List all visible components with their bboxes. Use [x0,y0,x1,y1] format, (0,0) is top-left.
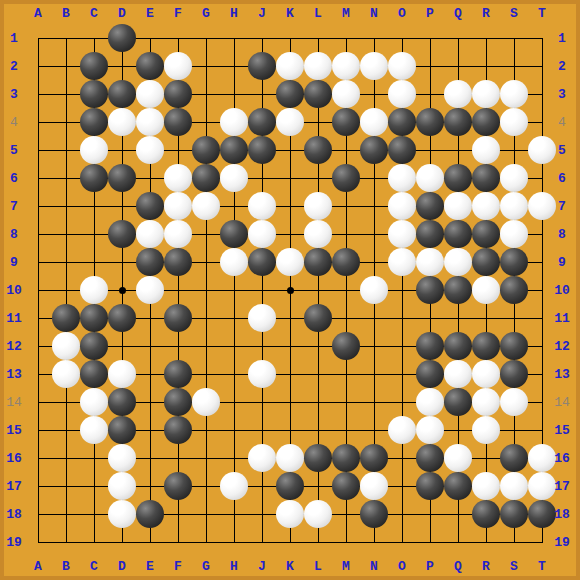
board-point-O8[interactable] [388,220,416,248]
board-point-J4[interactable] [248,108,276,136]
board-point-S11[interactable] [500,304,528,332]
board-point-S15[interactable] [500,416,528,444]
board-point-A19[interactable] [24,528,52,556]
board-point-P2[interactable] [416,52,444,80]
board-point-P17[interactable] [416,472,444,500]
board-point-K13[interactable] [276,360,304,388]
board-point-R14[interactable] [472,388,500,416]
board-point-L8[interactable] [304,220,332,248]
board-point-F17[interactable] [164,472,192,500]
board-point-J1[interactable] [248,24,276,52]
board-point-E12[interactable] [136,332,164,360]
board-point-C6[interactable] [80,164,108,192]
board-point-K3[interactable] [276,80,304,108]
board-point-H10[interactable] [220,276,248,304]
board-point-E4[interactable] [136,108,164,136]
board-point-D14[interactable] [108,388,136,416]
board-point-M13[interactable] [332,360,360,388]
board-point-K12[interactable] [276,332,304,360]
board-point-G13[interactable] [192,360,220,388]
board-point-O2[interactable] [388,52,416,80]
board-point-H4[interactable] [220,108,248,136]
board-point-C1[interactable] [80,24,108,52]
board-point-S12[interactable] [500,332,528,360]
board-point-Q4[interactable] [444,108,472,136]
board-point-G4[interactable] [192,108,220,136]
board-point-O1[interactable] [388,24,416,52]
board-point-R2[interactable] [472,52,500,80]
board-point-S3[interactable] [500,80,528,108]
board-point-L2[interactable] [304,52,332,80]
board-point-L1[interactable] [304,24,332,52]
board-point-A1[interactable] [24,24,52,52]
board-point-A11[interactable] [24,304,52,332]
board-point-M4[interactable] [332,108,360,136]
board-point-F18[interactable] [164,500,192,528]
board-point-C9[interactable] [80,248,108,276]
board-point-P11[interactable] [416,304,444,332]
board-point-P7[interactable] [416,192,444,220]
board-point-R8[interactable] [472,220,500,248]
board-point-L15[interactable] [304,416,332,444]
board-point-N1[interactable] [360,24,388,52]
board-point-N5[interactable] [360,136,388,164]
board-point-F13[interactable] [164,360,192,388]
board-point-B5[interactable] [52,136,80,164]
board-point-G8[interactable] [192,220,220,248]
board-point-C16[interactable] [80,444,108,472]
board-point-B19[interactable] [52,528,80,556]
board-point-L17[interactable] [304,472,332,500]
board-point-E15[interactable] [136,416,164,444]
board-point-B17[interactable] [52,472,80,500]
board-point-N19[interactable] [360,528,388,556]
board-point-E6[interactable] [136,164,164,192]
board-point-P1[interactable] [416,24,444,52]
board-point-N16[interactable] [360,444,388,472]
board-point-E5[interactable] [136,136,164,164]
board-point-D4[interactable] [108,108,136,136]
board-point-C13[interactable] [80,360,108,388]
board-point-A18[interactable] [24,500,52,528]
board-point-P10[interactable] [416,276,444,304]
board-point-D17[interactable] [108,472,136,500]
board-point-B10[interactable] [52,276,80,304]
board-point-H18[interactable] [220,500,248,528]
board-point-O4[interactable] [388,108,416,136]
board-point-E11[interactable] [136,304,164,332]
board-point-Q6[interactable] [444,164,472,192]
board-point-C5[interactable] [80,136,108,164]
board-point-S14[interactable] [500,388,528,416]
board-point-E14[interactable] [136,388,164,416]
board-point-H5[interactable] [220,136,248,164]
board-point-L14[interactable] [304,388,332,416]
board-point-E19[interactable] [136,528,164,556]
board-point-R5[interactable] [472,136,500,164]
board-point-L5[interactable] [304,136,332,164]
board-point-D7[interactable] [108,192,136,220]
board-point-H7[interactable] [220,192,248,220]
board-point-P14[interactable] [416,388,444,416]
board-point-L3[interactable] [304,80,332,108]
board-point-R13[interactable] [472,360,500,388]
board-point-A5[interactable] [24,136,52,164]
board-point-P6[interactable] [416,164,444,192]
board-point-A6[interactable] [24,164,52,192]
board-point-K2[interactable] [276,52,304,80]
board-point-B18[interactable] [52,500,80,528]
board-point-N11[interactable] [360,304,388,332]
board-point-Q14[interactable] [444,388,472,416]
board-point-Q16[interactable] [444,444,472,472]
board-point-O15[interactable] [388,416,416,444]
board-point-S19[interactable] [500,528,528,556]
board-point-Q3[interactable] [444,80,472,108]
board-point-H1[interactable] [220,24,248,52]
board-point-F6[interactable] [164,164,192,192]
board-point-R19[interactable] [472,528,500,556]
board-point-A16[interactable] [24,444,52,472]
board-point-A17[interactable] [24,472,52,500]
board-point-R12[interactable] [472,332,500,360]
board-point-D15[interactable] [108,416,136,444]
board-point-J15[interactable] [248,416,276,444]
board-point-Q11[interactable] [444,304,472,332]
board-point-M14[interactable] [332,388,360,416]
board-point-P15[interactable] [416,416,444,444]
board-point-H3[interactable] [220,80,248,108]
board-point-N17[interactable] [360,472,388,500]
board-point-K8[interactable] [276,220,304,248]
board-point-K14[interactable] [276,388,304,416]
board-point-O12[interactable] [388,332,416,360]
board-point-O18[interactable] [388,500,416,528]
board-point-G7[interactable] [192,192,220,220]
board-point-G1[interactable] [192,24,220,52]
board-point-B12[interactable] [52,332,80,360]
board-point-G19[interactable] [192,528,220,556]
board-point-C8[interactable] [80,220,108,248]
board-point-K11[interactable] [276,304,304,332]
board-point-C15[interactable] [80,416,108,444]
board-point-O17[interactable] [388,472,416,500]
board-point-R6[interactable] [472,164,500,192]
board-point-L18[interactable] [304,500,332,528]
board-point-E10[interactable] [136,276,164,304]
board-point-G16[interactable] [192,444,220,472]
board-point-Q2[interactable] [444,52,472,80]
board-point-H16[interactable] [220,444,248,472]
board-point-C14[interactable] [80,388,108,416]
board-point-S8[interactable] [500,220,528,248]
board-point-M1[interactable] [332,24,360,52]
board-point-C17[interactable] [80,472,108,500]
board-point-D18[interactable] [108,500,136,528]
board-point-C12[interactable] [80,332,108,360]
board-point-A10[interactable] [24,276,52,304]
board-point-J8[interactable] [248,220,276,248]
board-point-N4[interactable] [360,108,388,136]
board-point-B2[interactable] [52,52,80,80]
board-point-G6[interactable] [192,164,220,192]
board-point-L9[interactable] [304,248,332,276]
board-point-J19[interactable] [248,528,276,556]
board-point-C10[interactable] [80,276,108,304]
board-point-J5[interactable] [248,136,276,164]
board-point-Q9[interactable] [444,248,472,276]
board-point-B7[interactable] [52,192,80,220]
board-point-K16[interactable] [276,444,304,472]
board-point-E7[interactable] [136,192,164,220]
board-point-O6[interactable] [388,164,416,192]
board-point-H19[interactable] [220,528,248,556]
board-point-H8[interactable] [220,220,248,248]
board-point-P13[interactable] [416,360,444,388]
board-point-J9[interactable] [248,248,276,276]
board-point-F7[interactable] [164,192,192,220]
board-point-A3[interactable] [24,80,52,108]
board-point-F11[interactable] [164,304,192,332]
board-point-H13[interactable] [220,360,248,388]
board-point-N8[interactable] [360,220,388,248]
board-point-F19[interactable] [164,528,192,556]
board-point-Q15[interactable] [444,416,472,444]
board-point-A7[interactable] [24,192,52,220]
board-point-N2[interactable] [360,52,388,80]
board-point-D12[interactable] [108,332,136,360]
board-point-S9[interactable] [500,248,528,276]
board-point-B11[interactable] [52,304,80,332]
board-point-C19[interactable] [80,528,108,556]
board-point-A4[interactable] [24,108,52,136]
board-point-M15[interactable] [332,416,360,444]
board-point-K6[interactable] [276,164,304,192]
board-point-F15[interactable] [164,416,192,444]
board-point-Q13[interactable] [444,360,472,388]
board-point-D5[interactable] [108,136,136,164]
board-point-M5[interactable] [332,136,360,164]
board-point-D11[interactable] [108,304,136,332]
board-point-Q8[interactable] [444,220,472,248]
board-point-K17[interactable] [276,472,304,500]
board-point-N14[interactable] [360,388,388,416]
board-point-G17[interactable] [192,472,220,500]
board-point-H14[interactable] [220,388,248,416]
board-point-Q5[interactable] [444,136,472,164]
board-point-N10[interactable] [360,276,388,304]
board-point-F1[interactable] [164,24,192,52]
board-point-J10[interactable] [248,276,276,304]
board-point-O9[interactable] [388,248,416,276]
board-point-A9[interactable] [24,248,52,276]
board-point-L7[interactable] [304,192,332,220]
board-point-N18[interactable] [360,500,388,528]
board-point-D13[interactable] [108,360,136,388]
board-point-B8[interactable] [52,220,80,248]
board-point-B9[interactable] [52,248,80,276]
board-point-Q10[interactable] [444,276,472,304]
board-point-O11[interactable] [388,304,416,332]
board-point-S10[interactable] [500,276,528,304]
board-point-M3[interactable] [332,80,360,108]
board-point-C7[interactable] [80,192,108,220]
board-point-B13[interactable] [52,360,80,388]
board-point-K18[interactable] [276,500,304,528]
board-point-R9[interactable] [472,248,500,276]
board-point-G11[interactable] [192,304,220,332]
board-point-K9[interactable] [276,248,304,276]
board-point-S16[interactable] [500,444,528,472]
board-point-H6[interactable] [220,164,248,192]
board-point-O16[interactable] [388,444,416,472]
board-point-O13[interactable] [388,360,416,388]
board-point-O5[interactable] [388,136,416,164]
board-point-E9[interactable] [136,248,164,276]
board-point-C2[interactable] [80,52,108,80]
board-point-L12[interactable] [304,332,332,360]
board-point-L19[interactable] [304,528,332,556]
board-point-R18[interactable] [472,500,500,528]
board-point-E1[interactable] [136,24,164,52]
board-point-Q17[interactable] [444,472,472,500]
board-point-R16[interactable] [472,444,500,472]
board-point-H11[interactable] [220,304,248,332]
board-point-C18[interactable] [80,500,108,528]
board-point-R7[interactable] [472,192,500,220]
board-point-D3[interactable] [108,80,136,108]
board-point-F3[interactable] [164,80,192,108]
board-point-E2[interactable] [136,52,164,80]
board-point-G18[interactable] [192,500,220,528]
board-point-K1[interactable] [276,24,304,52]
board-point-K7[interactable] [276,192,304,220]
board-point-S13[interactable] [500,360,528,388]
board-point-E16[interactable] [136,444,164,472]
board-point-G15[interactable] [192,416,220,444]
board-point-M9[interactable] [332,248,360,276]
board-point-R1[interactable] [472,24,500,52]
board-point-A13[interactable] [24,360,52,388]
board-point-L6[interactable] [304,164,332,192]
board-point-R11[interactable] [472,304,500,332]
board-point-M10[interactable] [332,276,360,304]
board-point-K5[interactable] [276,136,304,164]
board-point-R4[interactable] [472,108,500,136]
board-point-D9[interactable] [108,248,136,276]
board-point-M12[interactable] [332,332,360,360]
board-point-D19[interactable] [108,528,136,556]
board-point-E3[interactable] [136,80,164,108]
board-point-J2[interactable] [248,52,276,80]
board-point-F9[interactable] [164,248,192,276]
board-point-B16[interactable] [52,444,80,472]
board-point-J16[interactable] [248,444,276,472]
board-point-M8[interactable] [332,220,360,248]
board-point-D10[interactable] [108,276,136,304]
board-point-B1[interactable] [52,24,80,52]
board-point-N3[interactable] [360,80,388,108]
board-point-J7[interactable] [248,192,276,220]
board-point-M6[interactable] [332,164,360,192]
board-point-N9[interactable] [360,248,388,276]
board-point-H9[interactable] [220,248,248,276]
board-point-A15[interactable] [24,416,52,444]
board-point-M18[interactable] [332,500,360,528]
board-point-N12[interactable] [360,332,388,360]
board-point-F16[interactable] [164,444,192,472]
board-point-R3[interactable] [472,80,500,108]
board-point-L10[interactable] [304,276,332,304]
board-point-S7[interactable] [500,192,528,220]
board-point-J18[interactable] [248,500,276,528]
board-point-P9[interactable] [416,248,444,276]
board-point-G3[interactable] [192,80,220,108]
board-point-G10[interactable] [192,276,220,304]
board-point-C3[interactable] [80,80,108,108]
board-point-H2[interactable] [220,52,248,80]
board-point-P19[interactable] [416,528,444,556]
board-point-S18[interactable] [500,500,528,528]
board-point-P3[interactable] [416,80,444,108]
board-point-H12[interactable] [220,332,248,360]
board-point-P8[interactable] [416,220,444,248]
board-point-Q18[interactable] [444,500,472,528]
board-point-D6[interactable] [108,164,136,192]
board-point-K4[interactable] [276,108,304,136]
board-point-B6[interactable] [52,164,80,192]
board-point-F4[interactable] [164,108,192,136]
board-point-L11[interactable] [304,304,332,332]
board-point-L16[interactable] [304,444,332,472]
board-point-A12[interactable] [24,332,52,360]
board-point-S17[interactable] [500,472,528,500]
board-point-A14[interactable] [24,388,52,416]
board-point-P4[interactable] [416,108,444,136]
board-point-M7[interactable] [332,192,360,220]
board-point-D8[interactable] [108,220,136,248]
board-point-H17[interactable] [220,472,248,500]
board-point-J17[interactable] [248,472,276,500]
board-point-F5[interactable] [164,136,192,164]
board-point-E13[interactable] [136,360,164,388]
board-point-J12[interactable] [248,332,276,360]
board-point-M16[interactable] [332,444,360,472]
board-point-S5[interactable] [500,136,528,164]
board-point-Q7[interactable] [444,192,472,220]
board-point-S2[interactable] [500,52,528,80]
board-point-J14[interactable] [248,388,276,416]
board-point-B4[interactable] [52,108,80,136]
board-point-N7[interactable] [360,192,388,220]
board-point-R10[interactable] [472,276,500,304]
board-point-J6[interactable] [248,164,276,192]
board-point-D1[interactable] [108,24,136,52]
board-point-A8[interactable] [24,220,52,248]
board-point-P16[interactable] [416,444,444,472]
board-point-M11[interactable] [332,304,360,332]
board-point-R15[interactable] [472,416,500,444]
board-point-P5[interactable] [416,136,444,164]
board-point-L13[interactable] [304,360,332,388]
board-point-N13[interactable] [360,360,388,388]
board-point-K19[interactable] [276,528,304,556]
board-point-G2[interactable] [192,52,220,80]
board-point-K10[interactable] [276,276,304,304]
board-point-C4[interactable] [80,108,108,136]
board-point-H15[interactable] [220,416,248,444]
board-point-B14[interactable] [52,388,80,416]
